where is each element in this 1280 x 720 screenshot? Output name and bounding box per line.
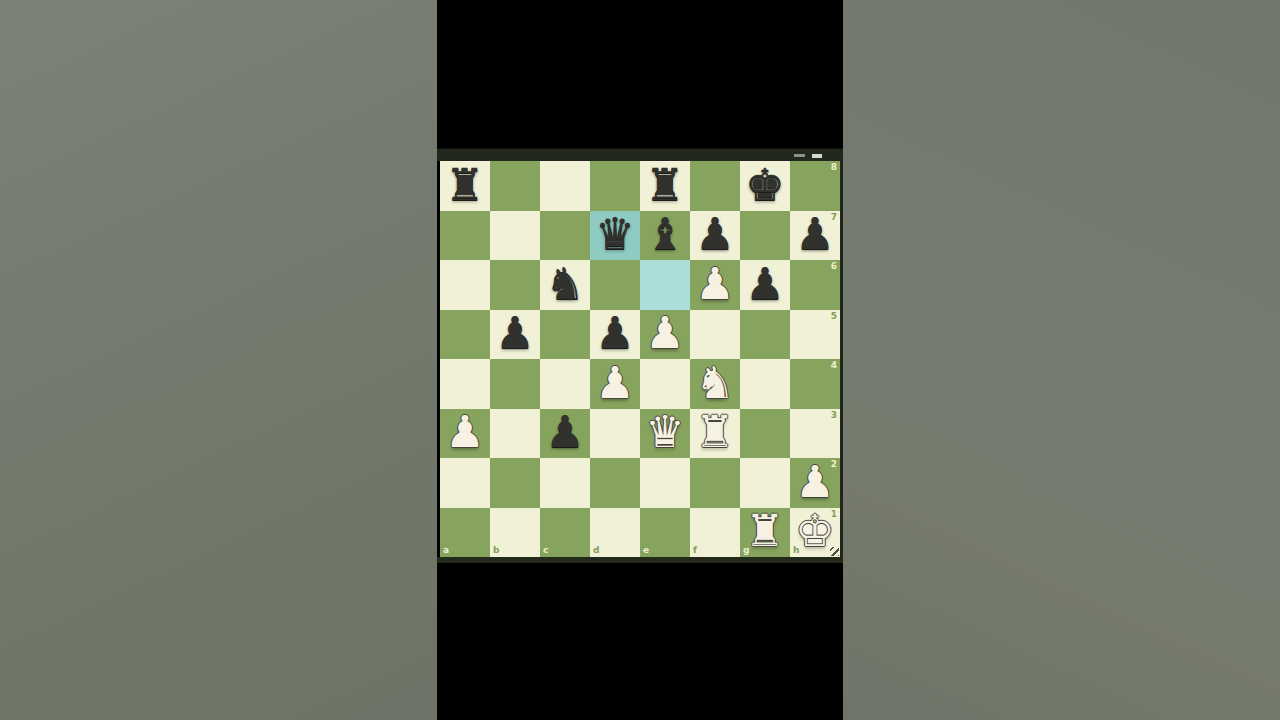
square-a5[interactable]: [440, 310, 490, 360]
square-c6[interactable]: ♞: [540, 260, 590, 310]
white-knight[interactable]: ♞: [695, 361, 734, 405]
square-g6[interactable]: ♟: [740, 260, 790, 310]
rank-label-1: 1: [831, 510, 837, 519]
square-h1[interactable]: ♚1h: [790, 508, 840, 558]
rank-label-5: 5: [831, 312, 837, 321]
square-f5[interactable]: [690, 310, 740, 360]
white-rook[interactable]: ♜: [745, 509, 784, 553]
square-a3[interactable]: ♟: [440, 409, 490, 459]
square-a2[interactable]: [440, 458, 490, 508]
black-king[interactable]: ♚: [745, 163, 784, 207]
square-f8[interactable]: [690, 161, 740, 211]
file-label-e: e: [643, 546, 649, 555]
square-g1[interactable]: ♜g: [740, 508, 790, 558]
square-f1[interactable]: f: [690, 508, 740, 558]
square-e8[interactable]: ♜: [640, 161, 690, 211]
square-c4[interactable]: [540, 359, 590, 409]
maximize-icon[interactable]: [812, 154, 822, 158]
blurred-background-right: [843, 0, 1280, 720]
white-pawn[interactable]: ♟: [695, 262, 734, 306]
square-h2[interactable]: ♟2: [790, 458, 840, 508]
file-label-g: g: [743, 546, 749, 555]
square-h7[interactable]: ♟7: [790, 211, 840, 261]
square-h4[interactable]: 4: [790, 359, 840, 409]
square-f3[interactable]: ♜: [690, 409, 740, 459]
minimize-icon[interactable]: [794, 154, 805, 157]
square-e1[interactable]: e: [640, 508, 690, 558]
black-queen[interactable]: ♛: [595, 212, 634, 256]
square-c7[interactable]: [540, 211, 590, 261]
file-label-b: b: [493, 546, 499, 555]
square-b6[interactable]: [490, 260, 540, 310]
square-a1[interactable]: a: [440, 508, 490, 558]
square-g5[interactable]: [740, 310, 790, 360]
square-b3[interactable]: [490, 409, 540, 459]
video-letterbox: ♜♜♚8♛♝♟♟7♞♟♟6♟♟♟5♟♞4♟♟♛♜3♟2abcdef♜g♚1h: [437, 0, 843, 720]
board-bottom-edge: [437, 557, 843, 563]
square-b8[interactable]: [490, 161, 540, 211]
square-g2[interactable]: [740, 458, 790, 508]
square-a8[interactable]: ♜: [440, 161, 490, 211]
white-pawn[interactable]: ♟: [795, 460, 834, 504]
square-f4[interactable]: ♞: [690, 359, 740, 409]
white-rook[interactable]: ♜: [695, 410, 734, 454]
square-a7[interactable]: [440, 211, 490, 261]
square-g7[interactable]: [740, 211, 790, 261]
rank-label-7: 7: [831, 213, 837, 222]
square-b1[interactable]: b: [490, 508, 540, 558]
square-a4[interactable]: [440, 359, 490, 409]
square-g8[interactable]: ♚: [740, 161, 790, 211]
square-e4[interactable]: [640, 359, 690, 409]
chess-board: ♜♜♚8♛♝♟♟7♞♟♟6♟♟♟5♟♞4♟♟♛♜3♟2abcdef♜g♚1h: [440, 161, 840, 557]
square-b2[interactable]: [490, 458, 540, 508]
black-knight[interactable]: ♞: [545, 262, 584, 306]
black-pawn[interactable]: ♟: [545, 410, 584, 454]
board-right-edge: [840, 161, 843, 557]
square-b5[interactable]: ♟: [490, 310, 540, 360]
square-c5[interactable]: [540, 310, 590, 360]
file-label-c: c: [543, 546, 548, 555]
file-label-a: a: [443, 546, 449, 555]
black-bishop[interactable]: ♝: [645, 212, 684, 256]
rank-label-2: 2: [831, 460, 837, 469]
square-h3[interactable]: 3: [790, 409, 840, 459]
square-c1[interactable]: c: [540, 508, 590, 558]
file-label-d: d: [593, 546, 599, 555]
square-h8[interactable]: 8: [790, 161, 840, 211]
square-e6[interactable]: [640, 260, 690, 310]
square-d7[interactable]: ♛: [590, 211, 640, 261]
white-king[interactable]: ♚: [795, 509, 834, 553]
black-pawn[interactable]: ♟: [695, 212, 734, 256]
square-d5[interactable]: ♟: [590, 310, 640, 360]
square-g4[interactable]: [740, 359, 790, 409]
white-pawn[interactable]: ♟: [445, 410, 484, 454]
square-d6[interactable]: [590, 260, 640, 310]
rank-label-3: 3: [831, 411, 837, 420]
square-c8[interactable]: [540, 161, 590, 211]
square-d8[interactable]: [590, 161, 640, 211]
white-pawn[interactable]: ♟: [645, 311, 684, 355]
square-a6[interactable]: [440, 260, 490, 310]
square-d1[interactable]: d: [590, 508, 640, 558]
black-pawn[interactable]: ♟: [495, 311, 534, 355]
square-b7[interactable]: [490, 211, 540, 261]
resize-handle-icon[interactable]: [830, 547, 839, 556]
square-c2[interactable]: [540, 458, 590, 508]
square-h6[interactable]: 6: [790, 260, 840, 310]
square-g3[interactable]: [740, 409, 790, 459]
square-d4[interactable]: ♟: [590, 359, 640, 409]
blurred-background-left: [0, 0, 437, 720]
rank-label-4: 4: [831, 361, 837, 370]
square-e7[interactable]: ♝: [640, 211, 690, 261]
rank-label-8: 8: [831, 163, 837, 172]
file-label-f: f: [693, 546, 697, 555]
rank-label-6: 6: [831, 262, 837, 271]
square-e3[interactable]: ♛: [640, 409, 690, 459]
white-queen[interactable]: ♛: [645, 410, 684, 454]
square-e5[interactable]: ♟: [640, 310, 690, 360]
square-e2[interactable]: [640, 458, 690, 508]
black-rook[interactable]: ♜: [445, 163, 484, 207]
square-d2[interactable]: [590, 458, 640, 508]
square-f7[interactable]: ♟: [690, 211, 740, 261]
square-b4[interactable]: [490, 359, 540, 409]
square-f6[interactable]: ♟: [690, 260, 740, 310]
file-label-h: h: [793, 546, 799, 555]
black-pawn[interactable]: ♟: [595, 311, 634, 355]
white-pawn[interactable]: ♟: [595, 361, 634, 405]
square-h5[interactable]: 5: [790, 310, 840, 360]
black-pawn[interactable]: ♟: [745, 262, 784, 306]
black-pawn[interactable]: ♟: [795, 212, 834, 256]
square-f2[interactable]: [690, 458, 740, 508]
square-d3[interactable]: [590, 409, 640, 459]
black-rook[interactable]: ♜: [645, 163, 684, 207]
square-c3[interactable]: ♟: [540, 409, 590, 459]
